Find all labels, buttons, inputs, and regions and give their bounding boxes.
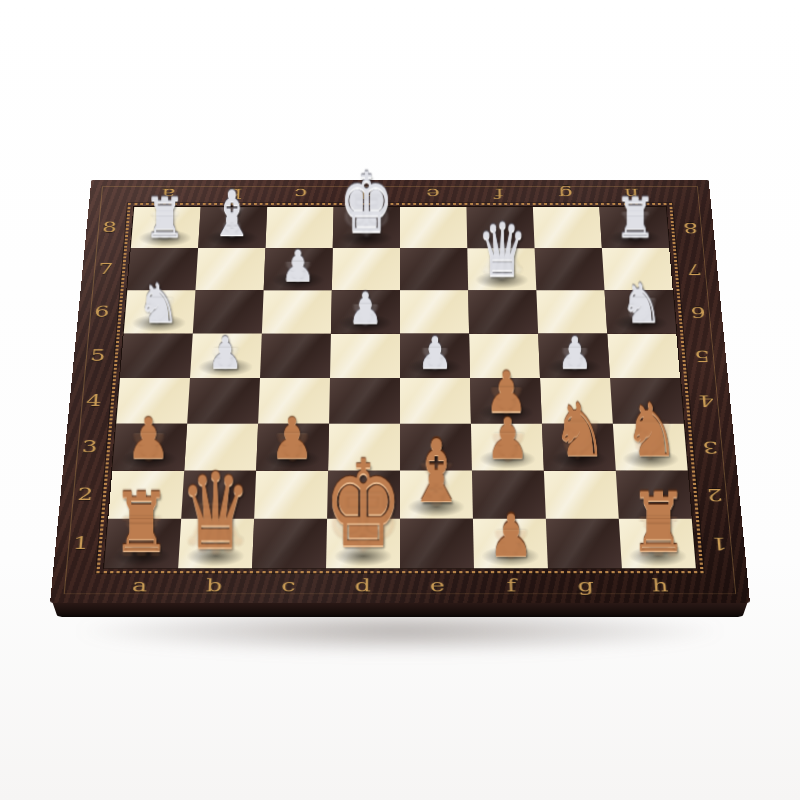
square-c2[interactable] [254,471,328,519]
piece-copper-pawn-c3[interactable]: ♟ [270,410,314,467]
square-e4[interactable] [400,378,471,424]
piece-copper-knight-h3[interactable]: ♞ [624,393,679,467]
square-g7[interactable] [535,248,605,290]
file-label-d: d [325,570,400,602]
square-b5[interactable]: ♟ [190,334,262,378]
file-label-h: h [622,570,699,602]
square-e7[interactable] [400,248,468,290]
square-e1[interactable] [400,519,474,569]
square-g5[interactable]: ♟ [538,334,610,378]
piece-copper-rook-h1[interactable]: ♜ [629,482,688,564]
chess-board: abcdefgh abcdefgh 87654321 87654321 ♜♝♚♜… [50,180,750,604]
square-b7[interactable] [195,248,265,290]
square-f7[interactable]: ♛ [467,248,536,290]
rank-label-7: 7 [673,248,716,290]
square-h5[interactable] [607,334,680,378]
square-d6[interactable]: ♟ [331,290,400,333]
square-d4[interactable] [329,378,400,424]
square-d1[interactable]: ♚ [326,519,400,569]
rank-label-8: 8 [670,207,712,248]
square-c7[interactable]: ♟ [264,248,333,290]
rank-label-4: 4 [72,378,116,424]
piece-copper-pawn-a3[interactable]: ♟ [126,410,170,467]
square-a3[interactable]: ♟ [112,424,187,471]
piece-silver-pawn-c7[interactable]: ♟ [280,244,315,287]
piece-copper-queen-b1[interactable]: ♛ [179,460,251,564]
piece-silver-queen-f7[interactable]: ♛ [477,213,528,286]
rank-label-8: 8 [89,207,131,248]
square-c5[interactable] [260,334,331,378]
file-label-a: a [101,570,178,602]
square-g2[interactable] [544,471,619,519]
square-f6[interactable] [468,290,538,333]
piece-copper-pawn-f3[interactable]: ♟ [486,410,530,467]
product-photo-scene: abcdefgh abcdefgh 87654321 87654321 ♜♝♚♜… [0,0,800,800]
piece-copper-rook-a1[interactable]: ♜ [112,482,171,564]
piece-silver-rook-a8[interactable]: ♜ [144,189,185,244]
piece-silver-pawn-g5[interactable]: ♟ [557,330,593,374]
rank-label-6: 6 [677,290,720,333]
square-b8[interactable]: ♝ [198,207,267,248]
rank-label-4: 4 [684,378,728,424]
perspective-wrapper: abcdefgh abcdefgh 87654321 87654321 ♜♝♚♜… [0,0,800,800]
square-a8[interactable]: ♜ [131,207,201,248]
square-f3[interactable]: ♟ [471,424,544,471]
piece-copper-knight-g3[interactable]: ♞ [552,393,607,467]
board-grid: ♜♝♚♜♟♛♞♟♞♟♟♟♟♟♟♟♞♞♝♜♛♚♟♜ [104,207,696,568]
piece-copper-bishop-e2[interactable]: ♝ [407,428,467,515]
rank-label-5: 5 [680,334,724,378]
rank-label-2: 2 [62,471,108,519]
square-g8[interactable] [533,207,602,248]
piece-silver-knight-h6[interactable]: ♞ [620,275,662,329]
piece-silver-rook-h8[interactable]: ♜ [615,189,656,244]
piece-silver-bishop-b8[interactable]: ♝ [210,182,255,244]
square-g3[interactable]: ♞ [542,424,616,471]
piece-silver-pawn-e5[interactable]: ♟ [417,330,453,374]
file-label-c: c [267,182,334,205]
square-f1[interactable]: ♟ [473,519,548,569]
square-a1[interactable]: ♜ [104,519,181,569]
square-c3[interactable]: ♟ [256,424,329,471]
square-c1[interactable] [252,519,327,569]
file-label-g: g [548,570,624,602]
square-h3[interactable]: ♞ [613,424,688,471]
rank-label-1: 1 [58,519,104,569]
piece-copper-pawn-f1[interactable]: ♟ [488,506,533,564]
file-label-f: f [466,182,533,205]
piece-silver-king-d8[interactable]: ♚ [339,162,394,245]
square-c6[interactable] [262,290,332,333]
rank-label-2: 2 [692,471,738,519]
rank-label-5: 5 [76,334,120,378]
square-d5[interactable] [330,334,400,378]
square-e5[interactable]: ♟ [400,334,470,378]
file-label-b: b [176,570,252,602]
file-label-c: c [251,570,326,602]
rank-label-1: 1 [696,519,742,569]
square-b4[interactable] [187,378,260,424]
square-h1[interactable]: ♜ [619,519,696,569]
square-d8[interactable]: ♚ [333,207,400,248]
rank-label-3: 3 [67,424,112,471]
square-h8[interactable]: ♜ [599,207,669,248]
square-a6[interactable]: ♞ [124,290,196,333]
file-label-e: e [400,570,475,602]
square-b1[interactable]: ♛ [178,519,254,569]
file-label-g: g [532,182,599,205]
file-labels-bottom: abcdefgh [101,570,698,602]
rank-label-7: 7 [84,248,127,290]
square-a5[interactable] [120,334,193,378]
file-label-f: f [474,570,549,602]
rank-label-3: 3 [688,424,733,471]
square-e8[interactable] [400,207,467,248]
file-label-e: e [400,182,466,205]
piece-silver-pawn-b5[interactable]: ♟ [207,330,243,374]
square-h6[interactable]: ♞ [605,290,677,333]
piece-silver-pawn-d6[interactable]: ♟ [348,286,383,329]
square-g1[interactable] [546,519,622,569]
piece-silver-knight-a6[interactable]: ♞ [137,275,179,329]
piece-copper-king-d1[interactable]: ♚ [323,444,402,564]
rank-label-6: 6 [80,290,123,333]
square-e2[interactable]: ♝ [400,471,473,519]
